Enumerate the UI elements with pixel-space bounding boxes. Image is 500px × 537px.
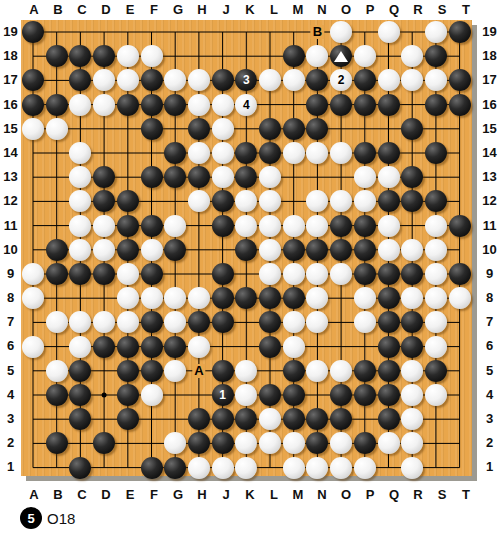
black-stone-N10[interactable] <box>306 239 328 261</box>
black-stone-E12[interactable] <box>117 190 139 212</box>
white-stone-M14[interactable] <box>283 142 305 164</box>
col-label-G: G <box>166 487 190 503</box>
black-stone-F15[interactable] <box>141 118 163 140</box>
black-stone-C3[interactable] <box>69 408 91 430</box>
white-stone-G2[interactable] <box>164 432 186 454</box>
caption-move-stone: 5 <box>20 507 42 529</box>
col-label-Q: Q <box>382 2 406 18</box>
white-stone-J15[interactable] <box>212 118 234 140</box>
white-stone-Q17[interactable] <box>378 69 400 91</box>
black-stone-P9[interactable] <box>354 263 376 285</box>
col-label-B: B <box>46 487 70 503</box>
black-stone-N15[interactable] <box>306 118 328 140</box>
white-stone-R5[interactable] <box>401 360 423 382</box>
white-stone-S7[interactable] <box>425 311 447 333</box>
black-stone-J5[interactable] <box>212 360 234 382</box>
black-stone-P4[interactable] <box>354 384 376 406</box>
white-stone-O5[interactable] <box>330 360 352 382</box>
black-stone-G10[interactable] <box>164 239 186 261</box>
white-stone-C16[interactable] <box>69 94 91 116</box>
white-stone-H6[interactable] <box>188 336 210 358</box>
row-label-13: 13 <box>479 165 500 189</box>
white-stone-B7[interactable] <box>46 311 68 333</box>
white-stone-S10[interactable] <box>425 239 447 261</box>
row-label-2: 2 <box>479 431 500 455</box>
black-stone-F13[interactable] <box>141 166 163 188</box>
col-label-M: M <box>286 487 310 503</box>
row-label-8: 8 <box>479 286 500 310</box>
black-stone-Q8[interactable] <box>378 287 400 309</box>
white-stone-G5[interactable] <box>164 360 186 382</box>
white-stone-R17[interactable] <box>401 69 423 91</box>
black-stone-C18[interactable] <box>69 45 91 67</box>
black-stone-D6[interactable] <box>93 336 115 358</box>
black-stone-R13[interactable] <box>401 166 423 188</box>
black-stone-Q16[interactable] <box>378 94 400 116</box>
white-stone-S11[interactable] <box>425 215 447 237</box>
white-stone-M1[interactable] <box>283 457 305 479</box>
black-stone-D9[interactable] <box>93 263 115 285</box>
white-stone-C13[interactable] <box>69 166 91 188</box>
white-stone-B5[interactable] <box>46 360 68 382</box>
white-stone-D7[interactable] <box>93 311 115 333</box>
white-stone-R18[interactable] <box>401 45 423 67</box>
goban[interactable]: 3241 AB <box>21 20 477 481</box>
white-stone-B15[interactable] <box>46 118 68 140</box>
black-stone-L6[interactable] <box>259 336 281 358</box>
white-stone-K2[interactable] <box>235 432 257 454</box>
white-stone-O17[interactable]: 2 <box>330 69 352 91</box>
white-stone-J13[interactable] <box>212 166 234 188</box>
white-stone-E8[interactable] <box>117 287 139 309</box>
black-stone-N17[interactable] <box>306 69 328 91</box>
black-stone-M10[interactable] <box>283 239 305 261</box>
black-stone-O4[interactable] <box>330 384 352 406</box>
white-stone-P1[interactable] <box>354 457 376 479</box>
white-stone-M2[interactable] <box>283 432 305 454</box>
black-stone-P14[interactable] <box>354 142 376 164</box>
white-stone-G11[interactable] <box>164 215 186 237</box>
black-stone-T11[interactable] <box>449 215 471 237</box>
black-stone-P2[interactable] <box>354 432 376 454</box>
col-label-C: C <box>70 2 94 18</box>
black-stone-O3[interactable] <box>330 408 352 430</box>
black-stone-M3[interactable] <box>283 408 305 430</box>
row-label-11: 11 <box>0 214 21 238</box>
black-stone-E16[interactable] <box>117 94 139 116</box>
white-stone-G8[interactable] <box>164 287 186 309</box>
white-stone-Q2[interactable] <box>378 432 400 454</box>
black-stone-E11[interactable] <box>117 215 139 237</box>
col-label-L: L <box>262 2 286 18</box>
white-stone-O14[interactable] <box>330 142 352 164</box>
black-stone-F9[interactable] <box>141 263 163 285</box>
white-stone-K1[interactable] <box>235 457 257 479</box>
black-stone-F1[interactable] <box>141 457 163 479</box>
black-stone-D2[interactable] <box>93 432 115 454</box>
black-stone-N16[interactable] <box>306 94 328 116</box>
black-stone-J2[interactable] <box>212 432 234 454</box>
white-stone-E18[interactable] <box>117 45 139 67</box>
black-stone-R12[interactable] <box>401 190 423 212</box>
row-label-1: 1 <box>0 455 21 479</box>
black-stone-E3[interactable] <box>117 408 139 430</box>
white-stone-C12[interactable] <box>69 190 91 212</box>
white-stone-K5[interactable] <box>235 360 257 382</box>
black-stone-J3[interactable] <box>212 408 234 430</box>
black-stone-H3[interactable] <box>188 408 210 430</box>
col-label-J: J <box>214 487 238 503</box>
white-stone-L17[interactable] <box>259 69 281 91</box>
black-stone-J17[interactable] <box>212 69 234 91</box>
col-label-P: P <box>358 2 382 18</box>
black-stone-F17[interactable] <box>141 69 163 91</box>
black-stone-L14[interactable] <box>259 142 281 164</box>
white-stone-D11[interactable] <box>93 215 115 237</box>
white-stone-P12[interactable] <box>354 190 376 212</box>
white-stone-O12[interactable] <box>330 190 352 212</box>
black-stone-N3[interactable] <box>306 408 328 430</box>
white-stone-A6[interactable] <box>22 336 44 358</box>
black-stone-C17[interactable] <box>69 69 91 91</box>
black-stone-F7[interactable] <box>141 311 163 333</box>
black-stone-D13[interactable] <box>93 166 115 188</box>
white-stone-F18[interactable] <box>141 45 163 67</box>
white-stone-M6[interactable] <box>283 336 305 358</box>
white-stone-Q19[interactable] <box>378 21 400 43</box>
black-stone-K3[interactable] <box>235 408 257 430</box>
point-label-B-N19: B <box>311 25 324 39</box>
white-stone-G17[interactable] <box>164 69 186 91</box>
black-stone-E4[interactable] <box>117 384 139 406</box>
white-stone-C11[interactable] <box>69 215 91 237</box>
row-label-6: 6 <box>479 334 500 358</box>
black-stone-P5[interactable] <box>354 360 376 382</box>
black-stone-Q14[interactable] <box>378 142 400 164</box>
col-label-S: S <box>430 2 454 18</box>
white-stone-O1[interactable] <box>330 457 352 479</box>
black-stone-S12[interactable] <box>425 190 447 212</box>
col-label-L: L <box>262 487 286 503</box>
black-stone-O16[interactable] <box>330 94 352 116</box>
black-stone-O11[interactable] <box>330 215 352 237</box>
black-stone-F6[interactable] <box>141 336 163 358</box>
black-stone-T16[interactable] <box>449 94 471 116</box>
black-stone-R9[interactable] <box>401 263 423 285</box>
black-stone-R7[interactable] <box>401 311 423 333</box>
black-stone-P11[interactable] <box>354 215 376 237</box>
white-stone-F10[interactable] <box>141 239 163 261</box>
white-stone-H8[interactable] <box>188 287 210 309</box>
white-stone-N18[interactable] <box>306 45 328 67</box>
black-stone-S14[interactable] <box>425 142 447 164</box>
white-stone-H16[interactable] <box>188 94 210 116</box>
black-stone-H7[interactable] <box>188 311 210 333</box>
black-stone-N2[interactable] <box>306 432 328 454</box>
black-stone-D18[interactable] <box>93 45 115 67</box>
black-stone-M5[interactable] <box>283 360 305 382</box>
white-stone-F8[interactable] <box>141 287 163 309</box>
col-label-G: G <box>166 2 190 18</box>
star-point-D4 <box>102 393 107 398</box>
black-stone-Q12[interactable] <box>378 190 400 212</box>
white-stone-L2[interactable] <box>259 432 281 454</box>
col-label-T: T <box>454 2 478 18</box>
black-stone-B18[interactable] <box>46 45 68 67</box>
white-stone-P7[interactable] <box>354 311 376 333</box>
white-stone-L11[interactable] <box>259 215 281 237</box>
black-stone-H2[interactable] <box>188 432 210 454</box>
black-stone-C1[interactable] <box>69 457 91 479</box>
board-shadow-right <box>472 25 477 481</box>
black-stone-Q6[interactable] <box>378 336 400 358</box>
black-stone-C5[interactable] <box>69 360 91 382</box>
black-stone-K13[interactable] <box>235 166 257 188</box>
point-label-A-H5: A <box>192 364 205 378</box>
black-stone-Q5[interactable] <box>378 360 400 382</box>
white-stone-S8[interactable] <box>425 287 447 309</box>
white-stone-N5[interactable] <box>306 360 328 382</box>
row-label-4: 4 <box>479 383 500 407</box>
black-stone-E6[interactable] <box>117 336 139 358</box>
white-stone-C6[interactable] <box>69 336 91 358</box>
board-surface[interactable]: 3241 AB <box>21 20 472 476</box>
white-stone-L10[interactable] <box>259 239 281 261</box>
col-label-D: D <box>94 2 118 18</box>
black-stone-M4[interactable] <box>283 384 305 406</box>
white-stone-M7[interactable] <box>283 311 305 333</box>
white-stone-R2[interactable] <box>401 432 423 454</box>
row-label-16: 16 <box>0 93 21 117</box>
black-stone-J9[interactable] <box>212 263 234 285</box>
black-stone-H15[interactable] <box>188 118 210 140</box>
white-stone-P13[interactable] <box>354 166 376 188</box>
row-label-2: 2 <box>0 431 21 455</box>
white-stone-A9[interactable] <box>22 263 44 285</box>
white-stone-S6[interactable] <box>425 336 447 358</box>
black-stone-Q3[interactable] <box>378 408 400 430</box>
white-stone-K12[interactable] <box>235 190 257 212</box>
white-stone-A15[interactable] <box>22 118 44 140</box>
col-label-C: C <box>70 487 94 503</box>
white-stone-E9[interactable] <box>117 263 139 285</box>
col-label-T: T <box>454 487 478 503</box>
row-label-17: 17 <box>479 68 500 92</box>
white-stone-R10[interactable] <box>401 239 423 261</box>
white-stone-O9[interactable] <box>330 263 352 285</box>
white-stone-M11[interactable] <box>283 215 305 237</box>
white-stone-J16[interactable] <box>212 94 234 116</box>
white-stone-A8[interactable] <box>22 287 44 309</box>
white-stone-D17[interactable] <box>93 69 115 91</box>
white-stone-C7[interactable] <box>69 311 91 333</box>
col-label-H: H <box>190 2 214 18</box>
black-stone-M15[interactable] <box>283 118 305 140</box>
white-stone-T8[interactable] <box>449 287 471 309</box>
black-stone-E5[interactable] <box>117 360 139 382</box>
black-stone-L8[interactable] <box>259 287 281 309</box>
white-stone-S4[interactable] <box>425 384 447 406</box>
white-stone-K11[interactable] <box>235 215 257 237</box>
black-stone-T19[interactable] <box>449 21 471 43</box>
white-stone-L13[interactable] <box>259 166 281 188</box>
white-stone-E17[interactable] <box>117 69 139 91</box>
black-stone-G1[interactable] <box>164 457 186 479</box>
col-label-R: R <box>406 2 430 18</box>
black-stone-Q4[interactable] <box>378 384 400 406</box>
black-stone-B9[interactable] <box>46 263 68 285</box>
col-label-A: A <box>22 487 46 503</box>
row-label-5: 5 <box>479 359 500 383</box>
white-stone-N12[interactable] <box>306 190 328 212</box>
white-stone-L9[interactable] <box>259 263 281 285</box>
white-stone-O19[interactable] <box>330 21 352 43</box>
white-stone-Q11[interactable] <box>378 215 400 237</box>
white-stone-R8[interactable] <box>401 287 423 309</box>
white-stone-H14[interactable] <box>188 142 210 164</box>
white-stone-G7[interactable] <box>164 311 186 333</box>
black-stone-G13[interactable] <box>164 166 186 188</box>
white-stone-N14[interactable] <box>306 142 328 164</box>
black-stone-L15[interactable] <box>259 118 281 140</box>
row-label-4: 4 <box>0 383 21 407</box>
black-stone-S16[interactable] <box>425 94 447 116</box>
row-label-10: 10 <box>479 238 500 262</box>
col-label-N: N <box>310 487 334 503</box>
black-stone-J4[interactable]: 1 <box>212 384 234 406</box>
black-stone-G6[interactable] <box>164 336 186 358</box>
black-stone-A16[interactable] <box>22 94 44 116</box>
black-stone-Q7[interactable] <box>378 311 400 333</box>
col-label-H: H <box>190 487 214 503</box>
black-stone-C4[interactable] <box>69 384 91 406</box>
white-stone-N9[interactable] <box>306 263 328 285</box>
white-stone-Q13[interactable] <box>378 166 400 188</box>
white-stone-M17[interactable] <box>283 69 305 91</box>
black-stone-C9[interactable] <box>69 263 91 285</box>
row-label-14: 14 <box>479 141 500 165</box>
black-stone-J7[interactable] <box>212 311 234 333</box>
white-stone-S9[interactable] <box>425 263 447 285</box>
white-stone-R3[interactable] <box>401 408 423 430</box>
black-stone-G14[interactable] <box>164 142 186 164</box>
white-stone-M9[interactable] <box>283 263 305 285</box>
black-stone-F16[interactable] <box>141 94 163 116</box>
black-stone-A17[interactable] <box>22 69 44 91</box>
white-stone-K16[interactable]: 4 <box>235 94 257 116</box>
row-label-11: 11 <box>479 214 500 238</box>
black-stone-O18[interactable] <box>330 45 352 67</box>
black-stone-T9[interactable] <box>449 263 471 285</box>
black-stone-G16[interactable] <box>164 94 186 116</box>
black-stone-K8[interactable] <box>235 287 257 309</box>
col-label-B: B <box>46 2 70 18</box>
black-stone-S18[interactable] <box>425 45 447 67</box>
col-label-F: F <box>142 2 166 18</box>
black-stone-J11[interactable] <box>212 215 234 237</box>
black-stone-B10[interactable] <box>46 239 68 261</box>
black-stone-F5[interactable] <box>141 360 163 382</box>
white-stone-R4[interactable] <box>401 384 423 406</box>
black-stone-K14[interactable] <box>235 142 257 164</box>
row-labels-left: 19181716151413121110987654321 <box>0 20 21 480</box>
white-stone-Q10[interactable] <box>378 239 400 261</box>
white-stone-J1[interactable] <box>212 457 234 479</box>
black-stone-P10[interactable] <box>354 239 376 261</box>
black-stone-K10[interactable] <box>235 239 257 261</box>
white-stone-H1[interactable] <box>188 457 210 479</box>
black-stone-M18[interactable] <box>283 45 305 67</box>
black-stone-B2[interactable] <box>46 432 68 454</box>
black-stone-L7[interactable] <box>259 311 281 333</box>
black-stone-E10[interactable] <box>117 239 139 261</box>
col-label-M: M <box>286 2 310 18</box>
black-stone-J8[interactable] <box>212 287 234 309</box>
white-stone-S17[interactable] <box>425 69 447 91</box>
white-stone-N1[interactable] <box>306 457 328 479</box>
white-stone-E7[interactable] <box>117 311 139 333</box>
white-stone-L12[interactable] <box>259 190 281 212</box>
white-stone-C14[interactable] <box>69 142 91 164</box>
black-stone-M8[interactable] <box>283 287 305 309</box>
white-stone-O2[interactable] <box>330 432 352 454</box>
column-labels-bottom: ABCDEFGHJKLMNOPQRST <box>22 487 478 503</box>
white-stone-C10[interactable] <box>69 239 91 261</box>
white-stone-P8[interactable] <box>354 287 376 309</box>
white-stone-H17[interactable] <box>188 69 210 91</box>
black-stone-F11[interactable] <box>141 215 163 237</box>
black-stone-S5[interactable] <box>425 360 447 382</box>
black-stone-J12[interactable] <box>212 190 234 212</box>
row-label-7: 7 <box>0 310 21 334</box>
column-labels-top: ABCDEFGHJKLMNOPQRST <box>22 2 478 18</box>
white-stone-N8[interactable] <box>306 287 328 309</box>
white-stone-P18[interactable] <box>354 45 376 67</box>
black-stone-B16[interactable] <box>46 94 68 116</box>
col-label-S: S <box>430 487 454 503</box>
row-label-14: 14 <box>0 141 21 165</box>
white-stone-N7[interactable] <box>306 311 328 333</box>
black-stone-H13[interactable] <box>188 166 210 188</box>
white-stone-D16[interactable] <box>93 94 115 116</box>
black-stone-L4[interactable] <box>259 384 281 406</box>
white-stone-N11[interactable] <box>306 215 328 237</box>
black-stone-R15[interactable] <box>401 118 423 140</box>
white-stone-S19[interactable] <box>425 21 447 43</box>
white-stone-F4[interactable] <box>141 384 163 406</box>
black-stone-B4[interactable] <box>46 384 68 406</box>
black-stone-R6[interactable] <box>401 336 423 358</box>
black-stone-P16[interactable] <box>354 94 376 116</box>
white-stone-H12[interactable] <box>188 190 210 212</box>
black-stone-O10[interactable] <box>330 239 352 261</box>
white-stone-J14[interactable] <box>212 142 234 164</box>
white-stone-K4[interactable] <box>235 384 257 406</box>
col-label-J: J <box>214 2 238 18</box>
col-label-Q: Q <box>382 487 406 503</box>
black-stone-Q9[interactable] <box>378 263 400 285</box>
col-label-P: P <box>358 487 382 503</box>
black-stone-K17[interactable]: 3 <box>235 69 257 91</box>
white-stone-R1[interactable] <box>401 457 423 479</box>
black-stone-A19[interactable] <box>22 21 44 43</box>
black-stone-D12[interactable] <box>93 190 115 212</box>
black-stone-T17[interactable] <box>449 69 471 91</box>
white-stone-L3[interactable] <box>259 408 281 430</box>
row-label-13: 13 <box>0 165 21 189</box>
black-stone-P17[interactable] <box>354 69 376 91</box>
white-stone-D10[interactable] <box>93 239 115 261</box>
